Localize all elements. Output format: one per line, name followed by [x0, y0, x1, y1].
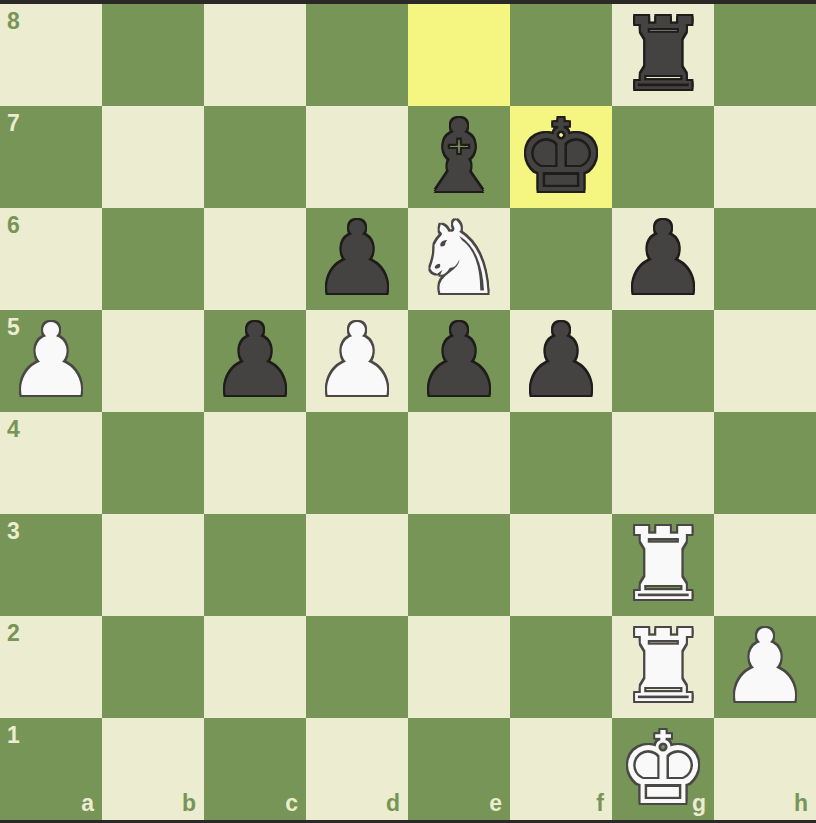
- black-bishop-e7[interactable]: ♝: [414, 106, 504, 208]
- square-e2[interactable]: [408, 616, 510, 718]
- square-c4[interactable]: [204, 412, 306, 514]
- square-f5[interactable]: ♟: [510, 310, 612, 412]
- black-pawn-f5[interactable]: ♟: [516, 310, 606, 412]
- square-c7[interactable]: [204, 106, 306, 208]
- square-f6[interactable]: [510, 208, 612, 310]
- black-pawn-e5[interactable]: ♟: [414, 310, 504, 412]
- square-d5[interactable]: ♟: [306, 310, 408, 412]
- square-c3[interactable]: [204, 514, 306, 616]
- square-g2[interactable]: ♜: [612, 616, 714, 718]
- coordinate-file-h: h: [794, 792, 808, 815]
- coordinate-file-d: d: [386, 792, 400, 815]
- square-b8[interactable]: [102, 4, 204, 106]
- coordinate-rank-7: 7: [7, 112, 20, 135]
- black-pawn-c5[interactable]: ♟: [210, 310, 300, 412]
- square-b3[interactable]: [102, 514, 204, 616]
- square-b5[interactable]: [102, 310, 204, 412]
- square-a2[interactable]: 2: [0, 616, 102, 718]
- coordinate-file-a: a: [81, 792, 94, 815]
- square-e3[interactable]: [408, 514, 510, 616]
- black-pawn-d6[interactable]: ♟: [312, 208, 402, 310]
- square-d4[interactable]: [306, 412, 408, 514]
- coordinate-rank-2: 2: [7, 622, 20, 645]
- square-h5[interactable]: [714, 310, 816, 412]
- square-a5[interactable]: 5♟: [0, 310, 102, 412]
- square-f1[interactable]: f: [510, 718, 612, 820]
- white-pawn-d5[interactable]: ♟: [312, 310, 402, 412]
- square-a6[interactable]: 6: [0, 208, 102, 310]
- square-h1[interactable]: h: [714, 718, 816, 820]
- square-d2[interactable]: [306, 616, 408, 718]
- square-g3[interactable]: ♜: [612, 514, 714, 616]
- coordinate-rank-6: 6: [7, 214, 20, 237]
- square-c2[interactable]: [204, 616, 306, 718]
- coordinate-rank-4: 4: [7, 418, 20, 441]
- white-pawn-h2[interactable]: ♟: [720, 616, 810, 718]
- square-f8[interactable]: [510, 4, 612, 106]
- square-e5[interactable]: ♟: [408, 310, 510, 412]
- square-h8[interactable]: [714, 4, 816, 106]
- square-c1[interactable]: c: [204, 718, 306, 820]
- square-b2[interactable]: [102, 616, 204, 718]
- square-e1[interactable]: e: [408, 718, 510, 820]
- square-b6[interactable]: [102, 208, 204, 310]
- square-d7[interactable]: [306, 106, 408, 208]
- square-a4[interactable]: 4: [0, 412, 102, 514]
- black-king-f7[interactable]: ♚: [516, 106, 606, 208]
- square-d6[interactable]: ♟: [306, 208, 408, 310]
- square-b4[interactable]: [102, 412, 204, 514]
- square-c6[interactable]: [204, 208, 306, 310]
- black-pawn-g6[interactable]: ♟: [618, 208, 708, 310]
- square-e8[interactable]: [408, 4, 510, 106]
- square-h4[interactable]: [714, 412, 816, 514]
- square-f4[interactable]: [510, 412, 612, 514]
- coordinate-rank-3: 3: [7, 520, 20, 543]
- square-h3[interactable]: [714, 514, 816, 616]
- white-rook-g2[interactable]: ♜: [618, 616, 708, 718]
- coordinate-file-e: e: [489, 792, 502, 815]
- black-rook-g8[interactable]: ♜: [618, 4, 708, 106]
- white-king-g1[interactable]: ♚: [618, 718, 708, 820]
- square-f3[interactable]: [510, 514, 612, 616]
- square-b1[interactable]: b: [102, 718, 204, 820]
- square-g6[interactable]: ♟: [612, 208, 714, 310]
- coordinate-rank-1: 1: [7, 724, 20, 747]
- chess-board: 8♜7♝♚6♟♞♟5♟♟♟♟♟43♜2♜♟1abcdefg♚h: [0, 4, 816, 820]
- square-e4[interactable]: [408, 412, 510, 514]
- white-rook-g3[interactable]: ♜: [618, 514, 708, 616]
- square-g7[interactable]: [612, 106, 714, 208]
- square-e6[interactable]: ♞: [408, 208, 510, 310]
- square-a1[interactable]: 1a: [0, 718, 102, 820]
- square-b7[interactable]: [102, 106, 204, 208]
- square-a8[interactable]: 8: [0, 4, 102, 106]
- square-d1[interactable]: d: [306, 718, 408, 820]
- square-f7[interactable]: ♚: [510, 106, 612, 208]
- square-g5[interactable]: [612, 310, 714, 412]
- square-f2[interactable]: [510, 616, 612, 718]
- square-a7[interactable]: 7: [0, 106, 102, 208]
- white-knight-e6[interactable]: ♞: [414, 208, 504, 310]
- coordinate-file-f: f: [596, 792, 604, 815]
- square-g8[interactable]: ♜: [612, 4, 714, 106]
- square-h6[interactable]: [714, 208, 816, 310]
- square-g1[interactable]: g♚: [612, 718, 714, 820]
- square-g4[interactable]: [612, 412, 714, 514]
- square-e7[interactable]: ♝: [408, 106, 510, 208]
- coordinate-rank-8: 8: [7, 10, 20, 33]
- board-container: 8♜7♝♚6♟♞♟5♟♟♟♟♟43♜2♜♟1abcdefg♚h: [0, 0, 816, 823]
- square-c5[interactable]: ♟: [204, 310, 306, 412]
- white-pawn-a5[interactable]: ♟: [6, 310, 96, 412]
- coordinate-file-c: c: [285, 792, 298, 815]
- square-h7[interactable]: [714, 106, 816, 208]
- square-d3[interactable]: [306, 514, 408, 616]
- coordinate-file-b: b: [182, 792, 196, 815]
- square-a3[interactable]: 3: [0, 514, 102, 616]
- square-c8[interactable]: [204, 4, 306, 106]
- square-d8[interactable]: [306, 4, 408, 106]
- square-h2[interactable]: ♟: [714, 616, 816, 718]
